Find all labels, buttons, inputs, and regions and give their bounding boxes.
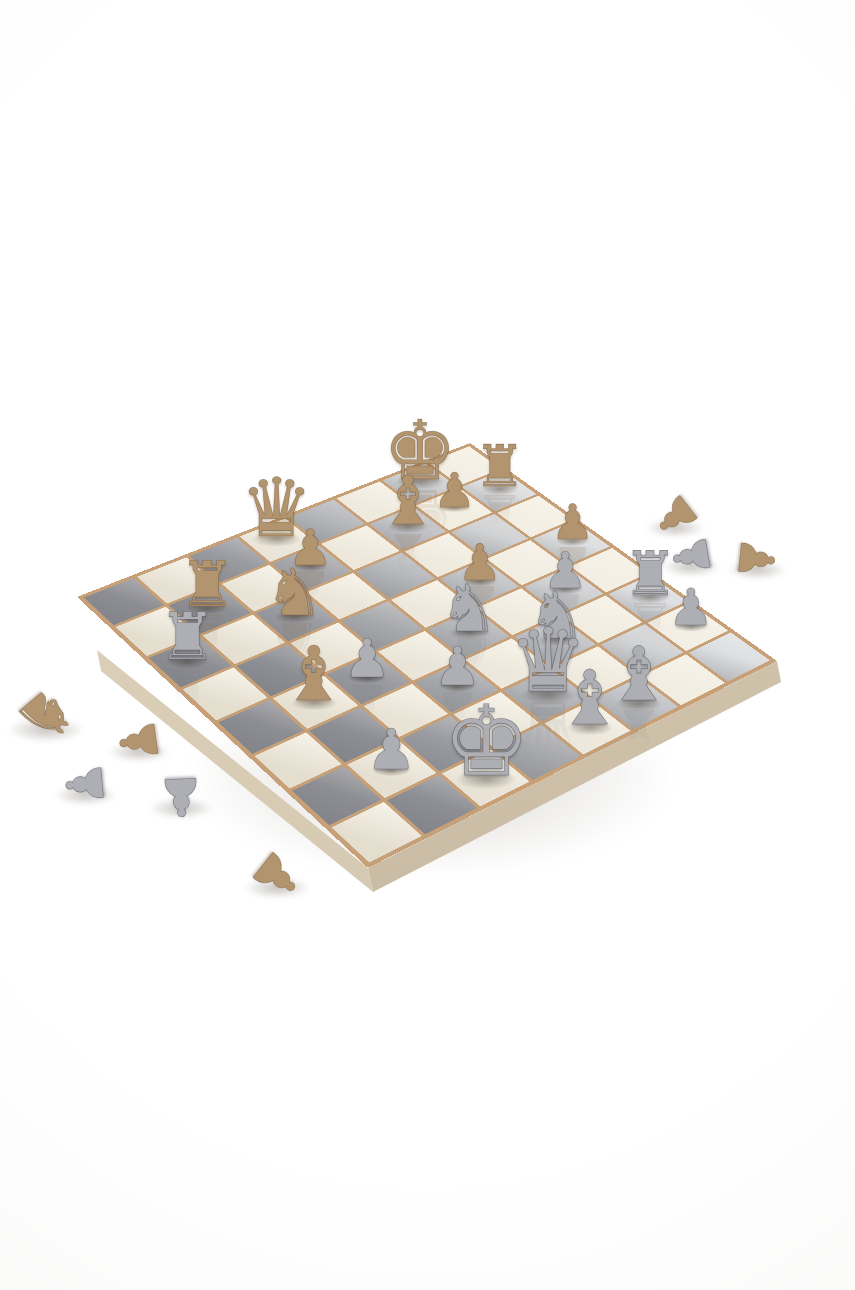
chess-piece-tan-n-c3[interactable]: ♞	[265, 559, 323, 624]
chess-piece-tan-r-b8[interactable]: ♜	[474, 438, 526, 496]
chess-piece-silver-p-g2[interactable]: ♟	[366, 721, 416, 777]
captured-piece-silver-p-3[interactable]: ♟	[157, 770, 205, 824]
chess-piece-silver-b-h5[interactable]: ♝	[556, 661, 624, 737]
captured-piece-tan-n-0[interactable]: ♞	[5, 674, 87, 757]
chess-piece-silver-p-e3[interactable]: ♟	[343, 632, 391, 685]
chess-piece-tan-b-b6[interactable]: ♝	[377, 467, 438, 535]
chess-piece-silver-k-h3[interactable]: ♚	[442, 693, 530, 791]
chess-piece-tan-b-e2[interactable]: ♝	[280, 636, 348, 711]
chess-piece-silver-p-g8[interactable]: ♟	[668, 582, 714, 633]
chess-piece-silver-n-e5[interactable]: ♞	[440, 575, 499, 640]
captured-piece-silver-p-2[interactable]: ♟	[58, 759, 112, 808]
chess-piece-silver-r-c1[interactable]: ♜	[158, 605, 216, 670]
captured-piece-tan-p-1[interactable]: ♟	[111, 715, 167, 766]
captured-piece-tan-p-7[interactable]: ♟	[731, 535, 783, 583]
photo-stage: ♜♜♟♟♜♜♟♚♚♟♟♟♝♝♟♟♞♞♝♝♞♞♛♛♝♛♟♟♟♟♞♞♟♟♚♜♜♝♟♜…	[0, 0, 855, 1290]
chess-piece-tan-p-b7[interactable]: ♟	[433, 465, 476, 513]
